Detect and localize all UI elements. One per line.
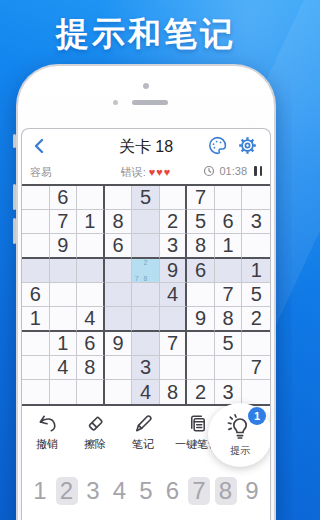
cell-r1c8[interactable]: [215, 186, 243, 210]
cell-r4c6[interactable]: 9: [160, 259, 188, 283]
numpad-key-4[interactable]: 4: [109, 477, 131, 505]
errors-label: 错误:: [121, 166, 146, 178]
cell-r8c3[interactable]: 8: [77, 356, 105, 380]
cell-r7c8[interactable]: 5: [215, 332, 243, 356]
cell-r5c8[interactable]: 7: [215, 283, 243, 307]
numpad-key-8[interactable]: 8: [215, 477, 237, 505]
lives-hearts: ♥♥♥: [149, 166, 172, 178]
undo-button[interactable]: 撤销: [24, 412, 70, 452]
cell-r9c7[interactable]: 2: [187, 380, 215, 404]
cell-r8c6[interactable]: [160, 356, 188, 380]
cell-r9c5[interactable]: 4: [132, 380, 160, 404]
phone-camera: [143, 83, 149, 89]
cell-r9c9[interactable]: [242, 380, 270, 404]
numpad-key-6[interactable]: 6: [162, 477, 184, 505]
cell-r3c5[interactable]: [132, 234, 160, 259]
cell-r1c6[interactable]: [160, 186, 188, 210]
pencil-notes: 278: [132, 259, 159, 282]
cell-r9c6[interactable]: 8: [160, 380, 188, 404]
cell-r4c8[interactable]: [215, 259, 243, 283]
cell-r8c7[interactable]: [187, 356, 215, 380]
banner-title: 提示和笔记: [0, 12, 292, 57]
cell-r5c7[interactable]: [187, 283, 215, 307]
cell-r5c9[interactable]: 5: [242, 283, 270, 307]
cell-r2c1[interactable]: [22, 210, 50, 234]
erase-label: 擦除: [84, 437, 106, 452]
cell-r7c9[interactable]: [242, 332, 270, 356]
cell-r2c5[interactable]: [132, 210, 160, 234]
cell-r4c4[interactable]: [105, 259, 133, 283]
undo-label: 撤销: [36, 437, 58, 452]
cell-r2c9[interactable]: 3: [242, 210, 270, 234]
cell-r4c7[interactable]: 6: [187, 259, 215, 283]
hint-count-badge: 1: [248, 407, 266, 425]
cell-r4c5[interactable]: 278: [132, 259, 160, 283]
toolbar: 撤销 擦除 笔记: [22, 412, 270, 464]
cell-r3c1[interactable]: [22, 234, 50, 259]
cell-r5c3[interactable]: [77, 283, 105, 307]
header: 关卡 18: [22, 129, 270, 162]
cell-r3c6[interactable]: 3: [160, 234, 188, 259]
phone-mockup: 关卡 18 容易 错: [16, 64, 276, 520]
cell-r2c3[interactable]: 1: [77, 210, 105, 234]
cell-r5c4[interactable]: [105, 283, 133, 307]
timer-value: 01:38: [219, 165, 247, 177]
app-screen: 关卡 18 容易 错: [21, 128, 271, 520]
copy-notes-icon: [186, 412, 209, 435]
timer: 01:38: [203, 165, 262, 177]
cell-r8c5[interactable]: 3: [132, 356, 160, 380]
cell-r6c7[interactable]: 9: [187, 307, 215, 332]
cell-r4c9[interactable]: 1: [242, 259, 270, 283]
theme-palette-icon[interactable]: [207, 135, 228, 156]
cell-r6c4[interactable]: [105, 307, 133, 332]
cell-r9c4[interactable]: [105, 380, 133, 404]
clock-icon: [203, 165, 215, 177]
status-bar: 容易 错误: ♥♥♥ 01:38: [22, 162, 270, 183]
notes-label: 笔记: [132, 437, 154, 452]
numpad-key-5[interactable]: 5: [135, 477, 157, 505]
cell-r6c8[interactable]: 8: [215, 307, 243, 332]
numpad-key-7[interactable]: 7: [188, 477, 210, 505]
cell-r2c8[interactable]: 6: [215, 210, 243, 234]
cell-r7c2[interactable]: 1: [50, 332, 78, 356]
cell-r8c1[interactable]: [22, 356, 50, 380]
cell-r3c3[interactable]: [77, 234, 105, 259]
undo-arrow-icon: [36, 412, 59, 435]
cell-r4c3[interactable]: [77, 259, 105, 283]
cell-r6c9[interactable]: 2: [242, 307, 270, 332]
cell-r9c8[interactable]: 3: [215, 380, 243, 404]
cell-r1c1[interactable]: [22, 186, 50, 210]
eraser-icon: [84, 412, 107, 435]
cell-r8c2[interactable]: 4: [50, 356, 78, 380]
cell-r7c3[interactable]: 6: [77, 332, 105, 356]
cell-r4c2[interactable]: [50, 259, 78, 283]
notes-button[interactable]: 笔记: [120, 412, 166, 452]
phone-volume-up-button: [13, 184, 16, 210]
cell-r2c6[interactable]: 2: [160, 210, 188, 234]
cell-r5c1[interactable]: 6: [22, 283, 50, 307]
phone-mute-switch: [13, 134, 16, 148]
numpad-key-2[interactable]: 2: [56, 477, 78, 505]
cell-r5c6[interactable]: 4: [160, 283, 188, 307]
cell-r8c4[interactable]: [105, 356, 133, 380]
cell-r8c8[interactable]: [215, 356, 243, 380]
cell-r1c2[interactable]: 6: [50, 186, 78, 210]
cell-r3c2[interactable]: 9: [50, 234, 78, 259]
hint-button[interactable]: 1 提示: [208, 403, 271, 467]
cell-r8c9[interactable]: 7: [242, 356, 270, 380]
cell-r7c1[interactable]: [22, 332, 50, 356]
phone-sensor-dot: [113, 100, 118, 105]
cell-r1c5[interactable]: 5: [132, 186, 160, 210]
cell-r2c4[interactable]: 8: [105, 210, 133, 234]
numpad-key-1[interactable]: 1: [29, 477, 51, 505]
cell-r6c5[interactable]: [132, 307, 160, 332]
cell-r6c2[interactable]: [50, 307, 78, 332]
cell-r3c4[interactable]: 6: [105, 234, 133, 259]
cell-r7c5[interactable]: [132, 332, 160, 356]
hint-label: 提示: [208, 444, 271, 458]
cell-r3c7[interactable]: 8: [187, 234, 215, 259]
cell-r1c4[interactable]: [105, 186, 133, 210]
level-title: 关卡 18: [22, 137, 270, 158]
numpad-key-9[interactable]: 9: [241, 477, 263, 505]
cell-r2c2[interactable]: 7: [50, 210, 78, 234]
cell-r5c2[interactable]: [50, 283, 78, 307]
erase-button[interactable]: 擦除: [72, 412, 118, 452]
cell-r3c9[interactable]: [242, 234, 270, 259]
cell-r4c1[interactable]: [22, 259, 50, 283]
number-pad: 123456789: [22, 477, 270, 505]
cell-r5c5[interactable]: [132, 283, 160, 307]
cell-r1c9[interactable]: [242, 186, 270, 210]
cell-r7c7[interactable]: [187, 332, 215, 356]
sudoku-board: 6577182563963812789616475149821697548374…: [22, 184, 270, 406]
pause-button[interactable]: [254, 166, 262, 176]
cell-r9c2[interactable]: [50, 380, 78, 404]
numpad-key-3[interactable]: 3: [82, 477, 104, 505]
settings-gear-icon[interactable]: [237, 135, 258, 156]
pen-icon: [132, 412, 155, 435]
cell-r7c6[interactable]: 7: [160, 332, 188, 356]
cell-r6c1[interactable]: 1: [22, 307, 50, 332]
cell-r1c3[interactable]: [77, 186, 105, 210]
cell-r7c4[interactable]: 9: [105, 332, 133, 356]
cell-r9c3[interactable]: [77, 380, 105, 404]
cell-r1c7[interactable]: 7: [187, 186, 215, 210]
cell-r6c6[interactable]: [160, 307, 188, 332]
cell-r6c3[interactable]: 4: [77, 307, 105, 332]
cell-r9c1[interactable]: [22, 380, 50, 404]
cell-r3c8[interactable]: 1: [215, 234, 243, 259]
phone-speaker: [132, 100, 168, 105]
cell-r2c7[interactable]: 5: [187, 210, 215, 234]
phone-volume-down-button: [13, 218, 16, 244]
